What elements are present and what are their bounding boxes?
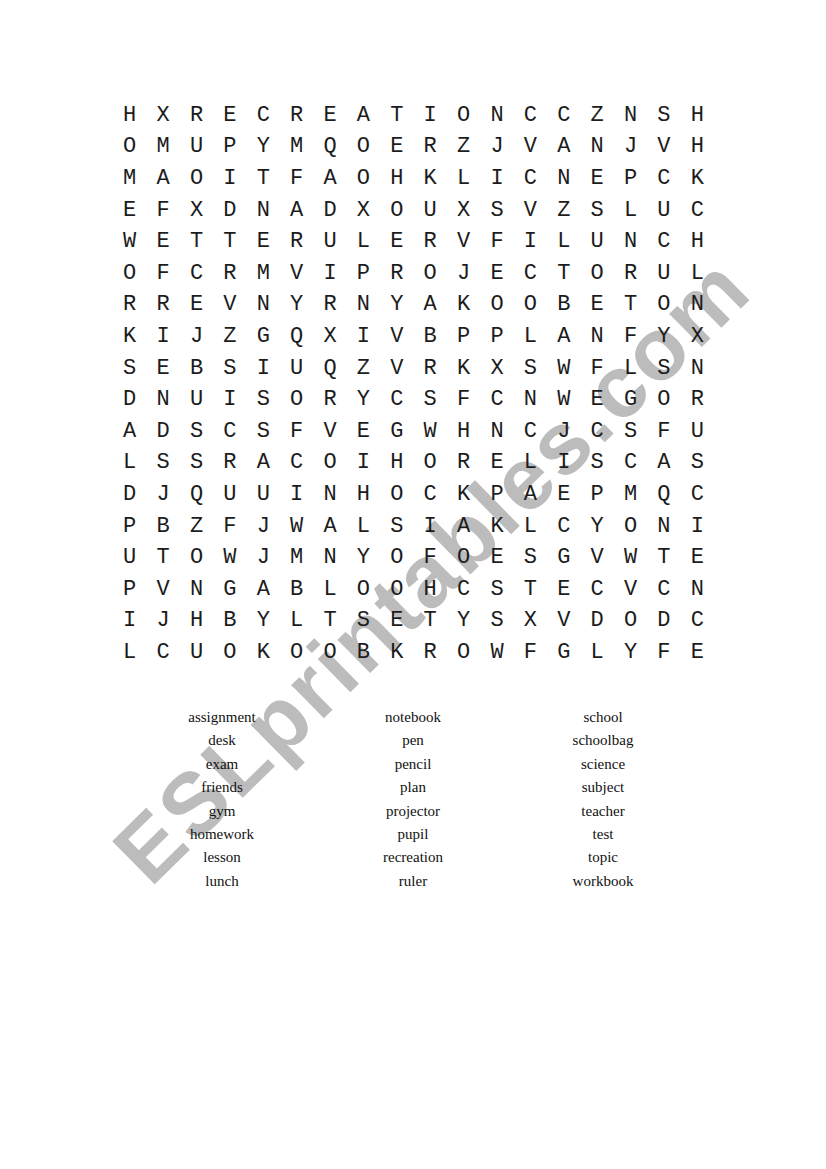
grid-cell-r5c16: N (614, 226, 647, 258)
grid-cell-r16c1: P (113, 574, 146, 606)
grid-cell-r3c9: H (380, 163, 413, 195)
grid-cell-r12c10: O (414, 448, 447, 480)
grid-cell-r15c16: W (614, 542, 647, 574)
grid-cell-r6c17: U (647, 258, 680, 290)
grid-cell-r6c6: V (280, 258, 313, 290)
grid-cell-r18c17: F (647, 637, 680, 669)
grid-cell-r15c12: E (480, 542, 513, 574)
grid-cell-r10c15: E (580, 384, 613, 416)
grid-cell-r15c3: O (180, 542, 213, 574)
grid-cell-r7c6: Y (280, 290, 313, 322)
grid-cell-r16c12: S (480, 574, 513, 606)
grid-cell-r1c4: E (213, 100, 246, 132)
grid-cell-r17c7: T (313, 606, 346, 638)
grid-cell-r13c10: C (414, 479, 447, 511)
grid-cell-r9c3: B (180, 353, 213, 385)
grid-cell-r5c4: T (213, 226, 246, 258)
grid-cell-r10c6: O (280, 384, 313, 416)
grid-cell-r12c16: C (614, 448, 647, 480)
grid-cell-r15c8: Y (347, 542, 380, 574)
word-item-desk: desk (122, 729, 322, 752)
grid-cell-r13c15: P (580, 479, 613, 511)
grid-cell-r13c6: I (280, 479, 313, 511)
grid-cell-r13c8: H (347, 479, 380, 511)
grid-cell-r15c2: T (146, 542, 179, 574)
grid-cell-r17c8: S (347, 606, 380, 638)
grid-cell-r15c1: U (113, 542, 146, 574)
grid-cell-r1c14: C (547, 100, 580, 132)
grid-cell-r4c1: E (113, 195, 146, 227)
grid-cell-r17c2: J (146, 606, 179, 638)
grid-cell-r7c16: T (614, 290, 647, 322)
grid-cell-r11c14: J (547, 416, 580, 448)
grid-cell-r6c2: F (146, 258, 179, 290)
grid-cell-r10c12: C (480, 384, 513, 416)
grid-cell-r9c5: I (247, 353, 280, 385)
grid-cell-r8c1: K (113, 321, 146, 353)
grid-cell-r15c17: T (647, 542, 680, 574)
grid-cell-r12c12: E (480, 448, 513, 480)
grid-cell-r10c2: N (146, 384, 179, 416)
grid-cell-r10c10: S (414, 384, 447, 416)
grid-cell-r18c6: O (280, 637, 313, 669)
grid-cell-r3c2: A (146, 163, 179, 195)
word-search-grid: HXRECREATIONCCZNSHOMUPYMQOERZJVANJVHMAOI… (113, 100, 714, 669)
grid-cell-r8c16: F (614, 321, 647, 353)
grid-cell-r13c9: O (380, 479, 413, 511)
grid-cell-r10c13: N (514, 384, 547, 416)
word-item-topic: topic (503, 846, 703, 869)
grid-cell-r11c3: S (180, 416, 213, 448)
grid-cell-r15c5: J (247, 542, 280, 574)
word-item-pupil: pupil (313, 823, 513, 846)
grid-cell-r14c16: O (614, 511, 647, 543)
grid-cell-r14c17: N (647, 511, 680, 543)
grid-cell-r4c16: L (614, 195, 647, 227)
grid-cell-r10c8: Y (347, 384, 380, 416)
grid-cell-r12c9: H (380, 448, 413, 480)
grid-cell-r3c11: L (447, 163, 480, 195)
grid-cell-r16c5: A (247, 574, 280, 606)
grid-cell-r6c16: R (614, 258, 647, 290)
grid-cell-r15c11: O (447, 542, 480, 574)
grid-cell-r1c7: E (313, 100, 346, 132)
word-item-gym: gym (122, 800, 322, 823)
grid-cell-r3c12: I (480, 163, 513, 195)
grid-cell-r14c4: F (213, 511, 246, 543)
grid-cell-r2c6: M (280, 132, 313, 164)
grid-cell-r12c5: A (247, 448, 280, 480)
grid-cell-r9c6: U (280, 353, 313, 385)
grid-cell-r12c4: R (213, 448, 246, 480)
grid-cell-r12c11: R (447, 448, 480, 480)
word-item-ruler: ruler (313, 870, 513, 893)
grid-cell-r12c1: L (113, 448, 146, 480)
grid-cell-r11c11: H (447, 416, 480, 448)
grid-cell-r7c1: R (113, 290, 146, 322)
grid-cell-r3c8: O (347, 163, 380, 195)
grid-cell-r3c18: K (681, 163, 714, 195)
grid-cell-r5c17: C (647, 226, 680, 258)
grid-cell-r7c12: O (480, 290, 513, 322)
grid-cell-r13c13: A (514, 479, 547, 511)
word-item-teacher: teacher (503, 800, 703, 823)
grid-cell-r10c1: D (113, 384, 146, 416)
grid-cell-r11c12: N (480, 416, 513, 448)
grid-cell-r9c15: F (580, 353, 613, 385)
grid-cell-r9c9: V (380, 353, 413, 385)
grid-cell-r9c16: L (614, 353, 647, 385)
grid-cell-r4c15: S (580, 195, 613, 227)
grid-cell-r15c4: W (213, 542, 246, 574)
grid-cell-r10c18: R (681, 384, 714, 416)
grid-cell-r17c15: D (580, 606, 613, 638)
grid-cell-r13c2: J (146, 479, 179, 511)
grid-cell-r10c17: O (647, 384, 680, 416)
grid-cell-r4c3: X (180, 195, 213, 227)
grid-cell-r17c1: I (113, 606, 146, 638)
grid-cell-r8c12: P (480, 321, 513, 353)
word-list-column-3: schoolschoolbagsciencesubjectteachertest… (503, 706, 703, 893)
grid-cell-r3c15: E (580, 163, 613, 195)
grid-cell-r18c12: W (480, 637, 513, 669)
grid-cell-r14c18: I (681, 511, 714, 543)
word-item-plan: plan (313, 776, 513, 799)
grid-cell-r9c10: R (414, 353, 447, 385)
grid-cell-r5c2: E (146, 226, 179, 258)
grid-cell-r4c14: Z (547, 195, 580, 227)
grid-cell-r1c11: O (447, 100, 480, 132)
grid-cell-r11c8: E (347, 416, 380, 448)
grid-cell-r14c2: B (146, 511, 179, 543)
grid-cell-r10c9: C (380, 384, 413, 416)
grid-cell-r6c8: P (347, 258, 380, 290)
grid-cell-r18c11: O (447, 637, 480, 669)
grid-cell-r9c1: S (113, 353, 146, 385)
grid-cell-r17c4: B (213, 606, 246, 638)
grid-cell-r3c10: K (414, 163, 447, 195)
grid-cell-r7c18: N (681, 290, 714, 322)
grid-cell-r7c3: E (180, 290, 213, 322)
grid-cell-r13c14: E (547, 479, 580, 511)
grid-cell-r1c8: A (347, 100, 380, 132)
grid-cell-r5c13: I (514, 226, 547, 258)
word-item-workbook: workbook (503, 870, 703, 893)
grid-cell-r18c10: R (414, 637, 447, 669)
grid-cell-r7c14: B (547, 290, 580, 322)
grid-cell-r8c13: L (514, 321, 547, 353)
grid-cell-r18c4: O (213, 637, 246, 669)
grid-cell-r1c2: X (146, 100, 179, 132)
grid-cell-r18c8: B (347, 637, 380, 669)
grid-cell-r6c3: C (180, 258, 213, 290)
grid-cell-r2c11: Z (447, 132, 480, 164)
grid-cell-r10c5: S (247, 384, 280, 416)
grid-cell-r12c15: S (580, 448, 613, 480)
grid-cell-r11c9: G (380, 416, 413, 448)
grid-cell-r17c18: C (681, 606, 714, 638)
grid-cell-r11c1: A (113, 416, 146, 448)
grid-cell-r17c12: S (480, 606, 513, 638)
grid-cell-r3c14: N (547, 163, 580, 195)
grid-cell-r11c15: C (580, 416, 613, 448)
grid-cell-r8c11: P (447, 321, 480, 353)
grid-cell-r6c11: J (447, 258, 480, 290)
grid-cell-r4c5: N (247, 195, 280, 227)
grid-cell-r12c6: C (280, 448, 313, 480)
grid-cell-r9c12: X (480, 353, 513, 385)
worksheet-page: ESLprintables.com HXRECREATIONCCZNSHOMUP… (0, 0, 826, 1169)
grid-cell-r13c1: D (113, 479, 146, 511)
grid-cell-r17c14: V (547, 606, 580, 638)
grid-cell-r16c14: E (547, 574, 580, 606)
word-item-lunch: lunch (122, 870, 322, 893)
grid-cell-r17c5: Y (247, 606, 280, 638)
grid-cell-r4c4: D (213, 195, 246, 227)
grid-cell-r2c17: V (647, 132, 680, 164)
grid-cell-r4c6: A (280, 195, 313, 227)
grid-cell-r15c10: F (414, 542, 447, 574)
grid-cell-r17c6: L (280, 606, 313, 638)
grid-cell-r4c12: S (480, 195, 513, 227)
grid-cell-r1c18: H (681, 100, 714, 132)
grid-cell-r5c6: R (280, 226, 313, 258)
grid-cell-r10c3: U (180, 384, 213, 416)
grid-cell-r8c4: Z (213, 321, 246, 353)
grid-cell-r4c17: U (647, 195, 680, 227)
grid-cell-r2c5: Y (247, 132, 280, 164)
grid-cell-r14c3: Z (180, 511, 213, 543)
grid-cell-r2c9: E (380, 132, 413, 164)
grid-cell-r1c5: C (247, 100, 280, 132)
grid-cell-r2c16: J (614, 132, 647, 164)
word-item-homework: homework (122, 823, 322, 846)
grid-cell-r1c17: S (647, 100, 680, 132)
grid-cell-r5c8: L (347, 226, 380, 258)
word-item-pencil: pencil (313, 753, 513, 776)
grid-cell-r12c18: S (681, 448, 714, 480)
grid-cell-r4c13: V (514, 195, 547, 227)
grid-cell-r9c8: Z (347, 353, 380, 385)
grid-cell-r5c3: T (180, 226, 213, 258)
grid-cell-r5c12: F (480, 226, 513, 258)
grid-cell-r16c15: C (580, 574, 613, 606)
grid-cell-r7c9: Y (380, 290, 413, 322)
grid-cell-r15c6: M (280, 542, 313, 574)
grid-cell-r2c18: H (681, 132, 714, 164)
grid-cell-r4c8: X (347, 195, 380, 227)
grid-cell-r3c16: P (614, 163, 647, 195)
grid-cell-r4c10: U (414, 195, 447, 227)
grid-cell-r14c10: I (414, 511, 447, 543)
grid-cell-r7c4: V (213, 290, 246, 322)
grid-cell-r5c18: H (681, 226, 714, 258)
grid-cell-r7c7: R (313, 290, 346, 322)
grid-cell-r10c4: I (213, 384, 246, 416)
grid-cell-r7c13: O (514, 290, 547, 322)
grid-cell-r11c17: F (647, 416, 680, 448)
grid-cell-r7c17: O (647, 290, 680, 322)
grid-cell-r4c7: D (313, 195, 346, 227)
grid-cell-r6c12: E (480, 258, 513, 290)
word-item-science: science (503, 753, 703, 776)
grid-cell-r13c5: U (247, 479, 280, 511)
grid-cell-r11c4: C (213, 416, 246, 448)
grid-cell-r16c16: V (614, 574, 647, 606)
word-item-test: test (503, 823, 703, 846)
grid-cell-r18c9: K (380, 637, 413, 669)
grid-cell-r16c10: H (414, 574, 447, 606)
grid-cell-r2c7: Q (313, 132, 346, 164)
grid-cell-r10c16: G (614, 384, 647, 416)
grid-cell-r18c3: U (180, 637, 213, 669)
grid-cell-r3c4: I (213, 163, 246, 195)
grid-cell-r8c14: A (547, 321, 580, 353)
grid-cell-r8c10: B (414, 321, 447, 353)
grid-cell-r14c1: P (113, 511, 146, 543)
grid-cell-r16c18: N (681, 574, 714, 606)
grid-cell-r8c5: G (247, 321, 280, 353)
grid-cell-r14c8: L (347, 511, 380, 543)
grid-cell-r6c14: T (547, 258, 580, 290)
grid-cell-r12c8: I (347, 448, 380, 480)
grid-cell-r11c18: U (681, 416, 714, 448)
grid-cell-r16c7: L (313, 574, 346, 606)
grid-cell-r2c3: U (180, 132, 213, 164)
grid-cell-r18c2: C (146, 637, 179, 669)
grid-cell-r7c11: K (447, 290, 480, 322)
grid-cell-r16c6: B (280, 574, 313, 606)
grid-cell-r12c14: I (547, 448, 580, 480)
grid-cell-r3c13: C (514, 163, 547, 195)
grid-cell-r7c10: A (414, 290, 447, 322)
grid-cell-r17c16: O (614, 606, 647, 638)
grid-cell-r15c13: S (514, 542, 547, 574)
grid-cell-r1c6: R (280, 100, 313, 132)
grid-cell-r17c3: H (180, 606, 213, 638)
grid-cell-r2c1: O (113, 132, 146, 164)
grid-cell-r14c5: J (247, 511, 280, 543)
grid-cell-r6c18: L (681, 258, 714, 290)
grid-cell-r6c13: C (514, 258, 547, 290)
grid-cell-r6c7: I (313, 258, 346, 290)
grid-cell-r6c4: R (213, 258, 246, 290)
grid-cell-r13c7: N (313, 479, 346, 511)
grid-cell-r2c10: R (414, 132, 447, 164)
grid-cell-r12c7: O (313, 448, 346, 480)
grid-cell-r13c3: Q (180, 479, 213, 511)
grid-cell-r9c13: S (514, 353, 547, 385)
grid-cell-r12c2: S (146, 448, 179, 480)
grid-cell-r3c17: C (647, 163, 680, 195)
grid-cell-r5c1: W (113, 226, 146, 258)
grid-cell-r15c15: V (580, 542, 613, 574)
grid-cell-r1c3: R (180, 100, 213, 132)
word-item-assignment: assignment (122, 706, 322, 729)
grid-cell-r10c7: R (313, 384, 346, 416)
grid-cell-r15c9: O (380, 542, 413, 574)
grid-cell-r18c7: O (313, 637, 346, 669)
grid-cell-r8c17: Y (647, 321, 680, 353)
grid-cell-r18c16: Y (614, 637, 647, 669)
grid-cell-r14c14: C (547, 511, 580, 543)
grid-cell-r14c12: K (480, 511, 513, 543)
grid-cell-r1c13: C (514, 100, 547, 132)
grid-cell-r8c18: X (681, 321, 714, 353)
word-item-schoolbag: schoolbag (503, 729, 703, 752)
grid-cell-r3c1: M (113, 163, 146, 195)
grid-cell-r2c14: A (547, 132, 580, 164)
grid-cell-r7c15: E (580, 290, 613, 322)
grid-cell-r1c9: T (380, 100, 413, 132)
grid-cell-r4c18: C (681, 195, 714, 227)
grid-cell-r14c9: S (380, 511, 413, 543)
grid-cell-r2c15: N (580, 132, 613, 164)
grid-cell-r17c13: X (514, 606, 547, 638)
grid-cell-r9c11: K (447, 353, 480, 385)
grid-cell-r14c6: W (280, 511, 313, 543)
grid-cell-r3c3: O (180, 163, 213, 195)
grid-cell-r11c2: D (146, 416, 179, 448)
grid-cell-r2c12: J (480, 132, 513, 164)
word-item-school: school (503, 706, 703, 729)
grid-cell-r4c9: O (380, 195, 413, 227)
grid-cell-r17c17: D (647, 606, 680, 638)
grid-cell-r4c11: X (447, 195, 480, 227)
grid-cell-r15c7: N (313, 542, 346, 574)
grid-cell-r5c11: V (447, 226, 480, 258)
grid-cell-r6c5: M (247, 258, 280, 290)
grid-cell-r11c13: C (514, 416, 547, 448)
grid-cell-r1c1: H (113, 100, 146, 132)
grid-cell-r5c7: U (313, 226, 346, 258)
word-item-subject: subject (503, 776, 703, 799)
grid-cell-r2c2: M (146, 132, 179, 164)
grid-cell-r5c9: E (380, 226, 413, 258)
grid-cell-r7c2: R (146, 290, 179, 322)
grid-cell-r16c3: N (180, 574, 213, 606)
grid-cell-r1c10: I (414, 100, 447, 132)
grid-cell-r13c18: C (681, 479, 714, 511)
word-item-recreation: recreation (313, 846, 513, 869)
grid-cell-r1c12: N (480, 100, 513, 132)
grid-cell-r14c13: L (514, 511, 547, 543)
word-item-notebook: notebook (313, 706, 513, 729)
grid-cell-r7c5: N (247, 290, 280, 322)
grid-cell-r11c6: F (280, 416, 313, 448)
grid-cell-r17c11: Y (447, 606, 480, 638)
grid-cell-r2c8: O (347, 132, 380, 164)
grid-cell-r8c3: J (180, 321, 213, 353)
grid-cell-r8c15: N (580, 321, 613, 353)
grid-cell-r13c4: U (213, 479, 246, 511)
grid-cell-r14c15: Y (580, 511, 613, 543)
grid-cell-r16c8: O (347, 574, 380, 606)
grid-cell-r11c10: W (414, 416, 447, 448)
grid-cell-r5c10: R (414, 226, 447, 258)
grid-cell-r16c11: C (447, 574, 480, 606)
grid-cell-r13c11: K (447, 479, 480, 511)
grid-cell-r1c15: Z (580, 100, 613, 132)
grid-cell-r2c4: P (213, 132, 246, 164)
grid-cell-r18c15: L (580, 637, 613, 669)
grid-cell-r18c5: K (247, 637, 280, 669)
grid-cell-r12c13: L (514, 448, 547, 480)
grid-cell-r13c16: M (614, 479, 647, 511)
grid-cell-r16c9: O (380, 574, 413, 606)
grid-cell-r1c16: N (614, 100, 647, 132)
grid-cell-r9c18: N (681, 353, 714, 385)
